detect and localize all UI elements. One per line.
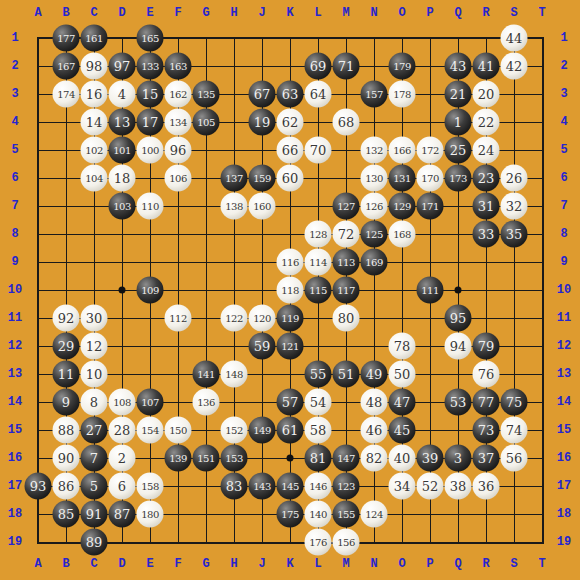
move-number: 80 bbox=[338, 311, 355, 326]
stone-R6: 23 bbox=[473, 165, 500, 192]
move-number: 77 bbox=[478, 395, 495, 410]
move-number: 157 bbox=[365, 89, 383, 100]
move-number: 90 bbox=[58, 451, 75, 466]
stone-O15: 45 bbox=[389, 417, 416, 444]
column-label-bottom-R: R bbox=[482, 558, 489, 570]
row-label-left-9: 9 bbox=[11, 256, 18, 268]
column-label-bottom-P: P bbox=[426, 558, 433, 570]
row-label-right-13: 13 bbox=[557, 368, 571, 380]
stone-P16: 39 bbox=[417, 445, 444, 472]
stone-C4: 14 bbox=[81, 109, 108, 136]
stone-A17: 93 bbox=[25, 473, 52, 500]
column-label-bottom-E: E bbox=[146, 558, 153, 570]
stone-N6: 130 bbox=[361, 165, 388, 192]
move-number: 83 bbox=[226, 479, 243, 494]
move-number: 81 bbox=[310, 451, 327, 466]
stone-K14: 57 bbox=[277, 389, 304, 416]
stone-C11: 30 bbox=[81, 305, 108, 332]
stone-L17: 146 bbox=[305, 473, 332, 500]
stone-Q3: 21 bbox=[445, 81, 472, 108]
row-label-right-10: 10 bbox=[557, 284, 571, 296]
column-label-bottom-M: M bbox=[342, 558, 349, 570]
stone-N7: 126 bbox=[361, 193, 388, 220]
row-label-left-6: 6 bbox=[11, 172, 18, 184]
move-number: 117 bbox=[337, 285, 355, 296]
move-number: 14 bbox=[86, 115, 103, 130]
stone-K3: 63 bbox=[277, 81, 304, 108]
stone-L8: 128 bbox=[305, 221, 332, 248]
stone-Q16: 3 bbox=[445, 445, 472, 472]
stone-N13: 49 bbox=[361, 361, 388, 388]
move-number: 82 bbox=[366, 451, 383, 466]
row-label-right-16: 16 bbox=[557, 452, 571, 464]
stone-L19: 176 bbox=[305, 529, 332, 556]
move-number: 116 bbox=[281, 257, 299, 268]
move-number: 140 bbox=[309, 509, 327, 520]
column-label-top-N: N bbox=[370, 7, 377, 19]
stone-G13: 141 bbox=[193, 361, 220, 388]
move-number: 169 bbox=[365, 257, 383, 268]
move-number: 10 bbox=[86, 367, 103, 382]
move-number: 24 bbox=[478, 143, 495, 158]
stone-E3: 15 bbox=[137, 81, 164, 108]
move-number: 41 bbox=[478, 59, 495, 74]
stone-J6: 159 bbox=[249, 165, 276, 192]
row-label-right-9: 9 bbox=[560, 256, 567, 268]
move-number: 13 bbox=[114, 115, 131, 130]
move-number: 20 bbox=[478, 87, 495, 102]
stone-S14: 75 bbox=[501, 389, 528, 416]
move-number: 27 bbox=[86, 423, 103, 438]
column-label-top-K: K bbox=[286, 7, 293, 19]
move-number: 55 bbox=[310, 367, 327, 382]
move-number: 93 bbox=[30, 479, 47, 494]
stone-M8: 72 bbox=[333, 221, 360, 248]
stone-E15: 154 bbox=[137, 417, 164, 444]
move-number: 112 bbox=[169, 313, 187, 324]
row-label-left-4: 4 bbox=[11, 116, 18, 128]
stone-K17: 145 bbox=[277, 473, 304, 500]
stone-M17: 123 bbox=[333, 473, 360, 500]
move-number: 22 bbox=[478, 115, 495, 130]
row-label-right-15: 15 bbox=[557, 424, 571, 436]
row-label-right-17: 17 bbox=[557, 480, 571, 492]
move-number: 17 bbox=[142, 115, 159, 130]
star-point-K16 bbox=[287, 455, 294, 462]
move-number: 11 bbox=[58, 367, 75, 382]
row-label-right-8: 8 bbox=[560, 228, 567, 240]
move-number: 133 bbox=[141, 61, 159, 72]
stone-B1: 177 bbox=[53, 25, 80, 52]
move-number: 177 bbox=[57, 33, 75, 44]
stone-J12: 59 bbox=[249, 333, 276, 360]
row-label-right-5: 5 bbox=[560, 144, 567, 156]
move-number: 148 bbox=[225, 369, 243, 380]
move-number: 15 bbox=[142, 87, 159, 102]
column-label-top-E: E bbox=[146, 7, 153, 19]
stone-F15: 150 bbox=[165, 417, 192, 444]
move-number: 76 bbox=[478, 367, 495, 382]
move-number: 165 bbox=[141, 33, 159, 44]
move-number: 58 bbox=[310, 423, 327, 438]
move-number: 122 bbox=[225, 313, 243, 324]
stone-F5: 96 bbox=[165, 137, 192, 164]
column-label-bottom-S: S bbox=[510, 558, 517, 570]
stone-D17: 6 bbox=[109, 473, 136, 500]
row-label-right-19: 19 bbox=[557, 536, 571, 548]
move-number: 50 bbox=[394, 367, 411, 382]
stone-C18: 91 bbox=[81, 501, 108, 528]
move-number: 101 bbox=[113, 145, 131, 156]
move-number: 137 bbox=[225, 173, 243, 184]
stone-P5: 172 bbox=[417, 137, 444, 164]
move-number: 64 bbox=[310, 87, 327, 102]
move-number: 108 bbox=[113, 397, 131, 408]
move-number: 3 bbox=[454, 451, 462, 466]
stone-P17: 52 bbox=[417, 473, 444, 500]
stone-R5: 24 bbox=[473, 137, 500, 164]
move-number: 73 bbox=[478, 423, 495, 438]
move-number: 32 bbox=[506, 199, 523, 214]
stone-O8: 168 bbox=[389, 221, 416, 248]
row-label-left-17: 17 bbox=[8, 480, 22, 492]
stone-F4: 134 bbox=[165, 109, 192, 136]
stone-B15: 88 bbox=[53, 417, 80, 444]
stone-S16: 56 bbox=[501, 445, 528, 472]
move-number: 111 bbox=[421, 285, 439, 296]
move-number: 28 bbox=[114, 423, 131, 438]
stone-E2: 133 bbox=[137, 53, 164, 80]
stone-D4: 13 bbox=[109, 109, 136, 136]
move-number: 78 bbox=[394, 339, 411, 354]
move-number: 91 bbox=[86, 507, 103, 522]
column-label-top-Q: Q bbox=[454, 7, 461, 19]
move-number: 134 bbox=[169, 117, 187, 128]
stone-C12: 12 bbox=[81, 333, 108, 360]
move-number: 4 bbox=[118, 87, 126, 102]
move-number: 154 bbox=[141, 425, 159, 436]
move-number: 120 bbox=[253, 313, 271, 324]
stone-K5: 66 bbox=[277, 137, 304, 164]
stone-C14: 8 bbox=[81, 389, 108, 416]
move-number: 159 bbox=[253, 173, 271, 184]
stone-O16: 40 bbox=[389, 445, 416, 472]
move-number: 71 bbox=[338, 59, 355, 74]
stone-B14: 9 bbox=[53, 389, 80, 416]
move-number: 129 bbox=[393, 201, 411, 212]
move-number: 7 bbox=[90, 451, 98, 466]
stone-L3: 64 bbox=[305, 81, 332, 108]
move-number: 48 bbox=[366, 395, 383, 410]
move-number: 92 bbox=[58, 311, 75, 326]
stone-Q4: 1 bbox=[445, 109, 472, 136]
column-label-top-G: G bbox=[202, 7, 209, 19]
stone-O6: 131 bbox=[389, 165, 416, 192]
stone-C3: 16 bbox=[81, 81, 108, 108]
column-label-top-A: A bbox=[34, 7, 41, 19]
stone-M13: 51 bbox=[333, 361, 360, 388]
stone-J17: 143 bbox=[249, 473, 276, 500]
stone-C17: 5 bbox=[81, 473, 108, 500]
move-number: 26 bbox=[506, 171, 523, 186]
row-label-right-6: 6 bbox=[560, 172, 567, 184]
move-number: 18 bbox=[114, 171, 131, 186]
move-number: 89 bbox=[86, 535, 103, 550]
stone-B18: 85 bbox=[53, 501, 80, 528]
move-number: 74 bbox=[506, 423, 523, 438]
move-number: 166 bbox=[393, 145, 411, 156]
stone-R13: 76 bbox=[473, 361, 500, 388]
move-number: 135 bbox=[197, 89, 215, 100]
column-label-bottom-K: K bbox=[286, 558, 293, 570]
column-label-top-F: F bbox=[174, 7, 181, 19]
stone-M9: 113 bbox=[333, 249, 360, 276]
move-number: 87 bbox=[114, 507, 131, 522]
move-number: 143 bbox=[253, 481, 271, 492]
stone-G3: 135 bbox=[193, 81, 220, 108]
stone-E1: 165 bbox=[137, 25, 164, 52]
move-number: 85 bbox=[58, 507, 75, 522]
stone-R4: 22 bbox=[473, 109, 500, 136]
stone-O7: 129 bbox=[389, 193, 416, 220]
stone-D5: 101 bbox=[109, 137, 136, 164]
row-label-right-4: 4 bbox=[560, 116, 567, 128]
move-number: 114 bbox=[309, 257, 327, 268]
move-number: 149 bbox=[253, 425, 271, 436]
stone-B16: 90 bbox=[53, 445, 80, 472]
stone-S15: 74 bbox=[501, 417, 528, 444]
stone-N15: 46 bbox=[361, 417, 388, 444]
stone-H17: 83 bbox=[221, 473, 248, 500]
stone-S2: 42 bbox=[501, 53, 528, 80]
stone-C15: 27 bbox=[81, 417, 108, 444]
stone-J15: 149 bbox=[249, 417, 276, 444]
move-number: 16 bbox=[86, 87, 103, 102]
stone-F16: 139 bbox=[165, 445, 192, 472]
move-number: 36 bbox=[478, 479, 495, 494]
stone-C13: 10 bbox=[81, 361, 108, 388]
move-number: 97 bbox=[114, 59, 131, 74]
stone-R16: 37 bbox=[473, 445, 500, 472]
column-label-top-J: J bbox=[258, 7, 265, 19]
move-number: 115 bbox=[309, 285, 327, 296]
stone-K18: 175 bbox=[277, 501, 304, 528]
move-number: 155 bbox=[337, 509, 355, 520]
move-number: 23 bbox=[478, 171, 495, 186]
move-number: 130 bbox=[365, 173, 383, 184]
move-number: 103 bbox=[113, 201, 131, 212]
stone-J11: 120 bbox=[249, 305, 276, 332]
move-number: 107 bbox=[141, 397, 159, 408]
row-label-right-1: 1 bbox=[560, 32, 567, 44]
move-number: 44 bbox=[506, 31, 523, 46]
move-number: 152 bbox=[225, 425, 243, 436]
stone-F6: 106 bbox=[165, 165, 192, 192]
stone-L16: 81 bbox=[305, 445, 332, 472]
move-number: 29 bbox=[58, 339, 75, 354]
move-number: 110 bbox=[141, 201, 159, 212]
move-number: 138 bbox=[225, 201, 243, 212]
stone-B11: 92 bbox=[53, 305, 80, 332]
stone-C1: 161 bbox=[81, 25, 108, 52]
stone-E7: 110 bbox=[137, 193, 164, 220]
move-number: 121 bbox=[281, 341, 299, 352]
stone-G4: 105 bbox=[193, 109, 220, 136]
stone-H16: 153 bbox=[221, 445, 248, 472]
stone-S6: 26 bbox=[501, 165, 528, 192]
stone-O13: 50 bbox=[389, 361, 416, 388]
stone-L13: 55 bbox=[305, 361, 332, 388]
row-label-left-16: 16 bbox=[8, 452, 22, 464]
move-number: 175 bbox=[281, 509, 299, 520]
stone-K4: 62 bbox=[277, 109, 304, 136]
move-number: 179 bbox=[393, 61, 411, 72]
move-number: 150 bbox=[169, 425, 187, 436]
column-label-top-R: R bbox=[482, 7, 489, 19]
stone-M18: 155 bbox=[333, 501, 360, 528]
column-label-bottom-G: G bbox=[202, 558, 209, 570]
move-number: 105 bbox=[197, 117, 215, 128]
stone-R15: 73 bbox=[473, 417, 500, 444]
stone-O5: 166 bbox=[389, 137, 416, 164]
column-label-bottom-C: C bbox=[90, 558, 97, 570]
move-number: 66 bbox=[282, 143, 299, 158]
stone-C16: 7 bbox=[81, 445, 108, 472]
stone-E17: 158 bbox=[137, 473, 164, 500]
stone-M16: 147 bbox=[333, 445, 360, 472]
move-number: 109 bbox=[141, 285, 159, 296]
row-label-right-2: 2 bbox=[560, 60, 567, 72]
stone-N5: 132 bbox=[361, 137, 388, 164]
stone-R3: 20 bbox=[473, 81, 500, 108]
column-label-bottom-T: T bbox=[538, 558, 545, 570]
stone-H13: 148 bbox=[221, 361, 248, 388]
move-number: 62 bbox=[282, 115, 299, 130]
move-number: 40 bbox=[394, 451, 411, 466]
stone-K12: 121 bbox=[277, 333, 304, 360]
column-label-bottom-L: L bbox=[314, 558, 321, 570]
stone-B3: 174 bbox=[53, 81, 80, 108]
move-number: 96 bbox=[170, 143, 187, 158]
move-number: 119 bbox=[281, 313, 299, 324]
stone-E10: 109 bbox=[137, 277, 164, 304]
move-number: 167 bbox=[57, 61, 75, 72]
move-number: 88 bbox=[58, 423, 75, 438]
move-number: 79 bbox=[478, 339, 495, 354]
move-number: 125 bbox=[365, 229, 383, 240]
stone-L14: 54 bbox=[305, 389, 332, 416]
stone-L18: 140 bbox=[305, 501, 332, 528]
move-number: 53 bbox=[450, 395, 467, 410]
column-label-bottom-J: J bbox=[258, 558, 265, 570]
move-number: 170 bbox=[421, 173, 439, 184]
move-number: 33 bbox=[478, 227, 495, 242]
stone-R12: 79 bbox=[473, 333, 500, 360]
stone-O14: 47 bbox=[389, 389, 416, 416]
move-number: 35 bbox=[506, 227, 523, 242]
stone-L5: 70 bbox=[305, 137, 332, 164]
stone-F11: 112 bbox=[165, 305, 192, 332]
stone-F3: 162 bbox=[165, 81, 192, 108]
move-number: 67 bbox=[254, 87, 271, 102]
row-label-left-15: 15 bbox=[8, 424, 22, 436]
column-label-bottom-B: B bbox=[62, 558, 69, 570]
stone-D6: 18 bbox=[109, 165, 136, 192]
stone-M19: 156 bbox=[333, 529, 360, 556]
move-number: 68 bbox=[338, 115, 355, 130]
move-number: 51 bbox=[338, 367, 355, 382]
stone-G16: 151 bbox=[193, 445, 220, 472]
move-number: 102 bbox=[85, 145, 103, 156]
row-label-left-8: 8 bbox=[11, 228, 18, 240]
column-label-top-O: O bbox=[398, 7, 405, 19]
move-number: 42 bbox=[506, 59, 523, 74]
move-number: 126 bbox=[365, 201, 383, 212]
stone-B13: 11 bbox=[53, 361, 80, 388]
move-number: 151 bbox=[197, 453, 215, 464]
stone-Q6: 173 bbox=[445, 165, 472, 192]
move-number: 162 bbox=[169, 89, 187, 100]
move-number: 52 bbox=[422, 479, 439, 494]
move-number: 113 bbox=[337, 257, 355, 268]
column-label-top-L: L bbox=[314, 7, 321, 19]
move-number: 98 bbox=[86, 59, 103, 74]
row-label-right-11: 11 bbox=[557, 312, 571, 324]
move-number: 60 bbox=[282, 171, 299, 186]
move-number: 104 bbox=[85, 173, 103, 184]
stone-H6: 137 bbox=[221, 165, 248, 192]
move-number: 160 bbox=[253, 201, 271, 212]
row-label-left-13: 13 bbox=[8, 368, 22, 380]
stone-D15: 28 bbox=[109, 417, 136, 444]
row-label-left-18: 18 bbox=[8, 508, 22, 520]
column-label-bottom-A: A bbox=[34, 558, 41, 570]
move-number: 45 bbox=[394, 423, 411, 438]
move-number: 145 bbox=[281, 481, 299, 492]
move-number: 61 bbox=[282, 423, 299, 438]
stone-H15: 152 bbox=[221, 417, 248, 444]
move-number: 124 bbox=[365, 509, 383, 520]
move-number: 37 bbox=[478, 451, 495, 466]
column-label-bottom-N: N bbox=[370, 558, 377, 570]
stone-Q17: 38 bbox=[445, 473, 472, 500]
stone-G14: 136 bbox=[193, 389, 220, 416]
stone-B17: 86 bbox=[53, 473, 80, 500]
stone-L9: 114 bbox=[305, 249, 332, 276]
move-number: 123 bbox=[337, 481, 355, 492]
stone-J7: 160 bbox=[249, 193, 276, 220]
move-number: 30 bbox=[86, 311, 103, 326]
stone-M10: 117 bbox=[333, 277, 360, 304]
move-number: 153 bbox=[225, 453, 243, 464]
move-number: 173 bbox=[449, 173, 467, 184]
stone-L15: 58 bbox=[305, 417, 332, 444]
stone-R7: 31 bbox=[473, 193, 500, 220]
move-number: 146 bbox=[309, 481, 327, 492]
move-number: 106 bbox=[169, 173, 187, 184]
move-number: 39 bbox=[422, 451, 439, 466]
column-label-top-P: P bbox=[426, 7, 433, 19]
stone-E14: 107 bbox=[137, 389, 164, 416]
stone-R8: 33 bbox=[473, 221, 500, 248]
stone-E18: 180 bbox=[137, 501, 164, 528]
move-number: 69 bbox=[310, 59, 327, 74]
move-number: 6 bbox=[118, 479, 126, 494]
stone-R17: 36 bbox=[473, 473, 500, 500]
move-number: 94 bbox=[450, 339, 467, 354]
row-label-left-11: 11 bbox=[8, 312, 22, 324]
move-number: 72 bbox=[338, 227, 355, 242]
